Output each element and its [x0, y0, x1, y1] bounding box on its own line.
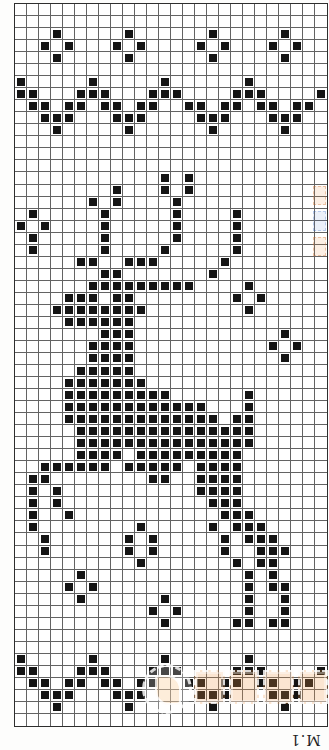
grid-cell-filled — [159, 461, 171, 473]
grid-cell-filled — [243, 666, 255, 678]
grid-cell-filled — [231, 425, 243, 437]
grid-cell — [39, 594, 51, 606]
grid-cell — [291, 666, 303, 678]
grid-cell — [147, 124, 159, 136]
grid-cell-filled — [111, 341, 123, 353]
grid-cell — [171, 136, 183, 148]
grid-cell — [39, 413, 51, 425]
grid-cell — [63, 281, 75, 293]
grid-cell — [219, 209, 231, 221]
grid-cell — [231, 136, 243, 148]
grid-cell-filled — [279, 594, 291, 606]
grid-cell — [171, 582, 183, 594]
grid-cell-filled — [147, 401, 159, 413]
grid-cell — [171, 690, 183, 702]
grid-cell-filled — [243, 76, 255, 88]
grid-cell — [123, 245, 135, 257]
grid-cell — [183, 377, 195, 389]
grid-cell-filled — [195, 112, 207, 124]
grid-cell — [51, 678, 63, 690]
grid-cell — [75, 341, 87, 353]
grid-cell — [75, 233, 87, 245]
grid-cell — [279, 293, 291, 305]
grid-cell — [195, 76, 207, 88]
grid-cell-filled — [135, 305, 147, 317]
grid-cell — [159, 293, 171, 305]
grid-cell — [51, 136, 63, 148]
grid-cell — [99, 257, 111, 269]
grid-cell — [111, 172, 123, 184]
grid-cell-filled — [135, 112, 147, 124]
grid-cell — [51, 594, 63, 606]
grid-cell — [15, 257, 27, 269]
grid-cell — [291, 654, 303, 666]
grid-cell — [111, 4, 123, 16]
grid-cell — [27, 654, 39, 666]
grid-cell-filled — [219, 497, 231, 509]
grid-cell — [315, 473, 327, 485]
grid-cell — [159, 678, 171, 690]
grid-cell-filled — [195, 425, 207, 437]
grid-cell — [171, 618, 183, 630]
grid-cell — [75, 64, 87, 76]
grid-cell — [159, 124, 171, 136]
grid-cell — [267, 245, 279, 257]
grid-cell — [63, 533, 75, 545]
grid-cell — [27, 570, 39, 582]
grid-cell — [303, 52, 315, 64]
grid-cell — [159, 497, 171, 509]
grid-cell-filled — [171, 401, 183, 413]
grid-cell — [123, 40, 135, 52]
grid-cell — [171, 678, 183, 690]
grid-cell-filled — [63, 509, 75, 521]
grid-cell — [315, 401, 327, 413]
grid-cell-filled — [147, 389, 159, 401]
grid-cell — [255, 28, 267, 40]
grid-cell — [159, 209, 171, 221]
grid-cell — [255, 269, 267, 281]
grid-cell — [291, 353, 303, 365]
grid-cell — [315, 197, 327, 209]
grid-cell — [267, 437, 279, 449]
grid-cell — [195, 197, 207, 209]
grid-cell-filled — [99, 377, 111, 389]
grid-cell — [51, 618, 63, 630]
grid-cell-filled — [207, 28, 219, 40]
grid-cell — [315, 4, 327, 16]
grid-cell — [315, 533, 327, 545]
grid-cell-filled — [243, 88, 255, 100]
grid-cell — [159, 521, 171, 533]
grid-cell-filled — [219, 40, 231, 52]
grid-cell — [15, 594, 27, 606]
grid-cell — [255, 714, 267, 726]
grid-cell — [39, 485, 51, 497]
grid-cell — [123, 449, 135, 461]
grid-cell — [99, 136, 111, 148]
grid-cell — [231, 714, 243, 726]
grid-cell — [99, 570, 111, 582]
grid-cell — [51, 40, 63, 52]
grid-cell — [267, 449, 279, 461]
grid-cell-filled — [39, 461, 51, 473]
grid-cell — [51, 185, 63, 197]
grid-cell — [303, 570, 315, 582]
grid-cell — [51, 245, 63, 257]
grid-cell-filled — [111, 401, 123, 413]
grid-cell — [159, 642, 171, 654]
grid-cell — [111, 618, 123, 630]
grid-cell-filled — [195, 100, 207, 112]
grid-cell — [99, 293, 111, 305]
grid-cell-filled — [51, 124, 63, 136]
grid-cell — [99, 28, 111, 40]
grid-cell — [183, 245, 195, 257]
grid-cell-filled — [147, 546, 159, 558]
grid-cell — [291, 521, 303, 533]
grid-cell-filled — [123, 461, 135, 473]
grid-cell — [231, 317, 243, 329]
grid-cell-filled — [111, 317, 123, 329]
grid-cell — [159, 630, 171, 642]
grid-cell — [63, 473, 75, 485]
grid-cell — [291, 401, 303, 413]
grid-cell-filled — [27, 473, 39, 485]
grid-cell-filled — [243, 606, 255, 618]
grid-cell — [51, 293, 63, 305]
grid-cell — [267, 702, 279, 714]
grid-cell-filled — [255, 666, 267, 678]
grid-cell — [63, 52, 75, 64]
grid-cell-filled — [15, 654, 27, 666]
grid-cell — [291, 64, 303, 76]
grid-cell — [183, 509, 195, 521]
grid-cell-filled — [111, 100, 123, 112]
grid-cell-filled — [99, 353, 111, 365]
grid-cell — [267, 594, 279, 606]
grid-cell — [135, 136, 147, 148]
grid-cell — [171, 702, 183, 714]
grid-cell — [279, 642, 291, 654]
grid-cell — [219, 28, 231, 40]
grid-cell — [87, 52, 99, 64]
grid-cell — [315, 185, 327, 197]
grid-cell-filled — [231, 618, 243, 630]
grid-cell-filled — [255, 293, 267, 305]
grid-cell — [39, 509, 51, 521]
grid-cell — [279, 209, 291, 221]
grid-cell — [183, 221, 195, 233]
grid-cell — [87, 533, 99, 545]
grid-cell — [87, 642, 99, 654]
grid-cell — [267, 509, 279, 521]
grid-cell-filled — [87, 437, 99, 449]
grid-cell — [183, 546, 195, 558]
grid-cell — [243, 64, 255, 76]
grid-cell — [147, 618, 159, 630]
grid-cell — [303, 509, 315, 521]
grid-cell — [183, 365, 195, 377]
grid-cell-filled — [27, 678, 39, 690]
grid-cell — [171, 40, 183, 52]
grid-cell-filled — [27, 88, 39, 100]
grid-cell — [15, 606, 27, 618]
grid-cell — [207, 654, 219, 666]
grid-cell — [207, 365, 219, 377]
grid-cell-filled — [87, 582, 99, 594]
grid-cell-filled — [99, 269, 111, 281]
grid-cell — [195, 64, 207, 76]
grid-cell — [315, 461, 327, 473]
grid-cell — [51, 666, 63, 678]
grid-cell — [255, 197, 267, 209]
grid-cell — [315, 714, 327, 726]
grid-cell — [87, 473, 99, 485]
grid-cell — [255, 160, 267, 172]
grid-cell-filled — [87, 257, 99, 269]
grid-cell-filled — [51, 485, 63, 497]
grid-cell — [147, 293, 159, 305]
grid-cell-filled — [87, 654, 99, 666]
grid-cell — [219, 52, 231, 64]
grid-cell — [267, 353, 279, 365]
grid-cell — [51, 582, 63, 594]
grid-cell — [51, 88, 63, 100]
grid-cell — [123, 16, 135, 28]
grid-cell — [219, 197, 231, 209]
grid-cell — [63, 185, 75, 197]
grid-cell — [39, 497, 51, 509]
grid-cell — [279, 64, 291, 76]
grid-cell — [75, 690, 87, 702]
grid-cell — [15, 533, 27, 545]
grid-cell — [315, 606, 327, 618]
grid-cell — [171, 305, 183, 317]
grid-cell-filled — [243, 389, 255, 401]
grid-cell — [291, 389, 303, 401]
grid-cell-filled — [243, 281, 255, 293]
grid-cell-filled — [159, 594, 171, 606]
grid-cell — [219, 413, 231, 425]
grid-cell — [291, 28, 303, 40]
grid-cell — [315, 28, 327, 40]
grid-cell-filled — [207, 690, 219, 702]
grid-cell — [63, 630, 75, 642]
grid-cell — [123, 136, 135, 148]
grid-cell — [303, 209, 315, 221]
grid-cell-filled — [75, 570, 87, 582]
grid-cell — [171, 28, 183, 40]
grid-cell — [279, 570, 291, 582]
grid-cell — [279, 425, 291, 437]
grid-cell-filled — [111, 389, 123, 401]
grid-cell — [267, 461, 279, 473]
grid-cell — [303, 546, 315, 558]
grid-cell — [123, 485, 135, 497]
grid-cell — [279, 509, 291, 521]
grid-cell-filled — [123, 425, 135, 437]
grid-cell — [27, 160, 39, 172]
grid-cell — [87, 28, 99, 40]
grid-cell — [111, 88, 123, 100]
grid-cell — [231, 160, 243, 172]
grid-cell — [315, 570, 327, 582]
grid-cell — [15, 509, 27, 521]
grid-cell — [291, 136, 303, 148]
grid-cell — [99, 630, 111, 642]
grid-cell — [291, 4, 303, 16]
grid-cell — [15, 702, 27, 714]
grid-cell-filled — [99, 449, 111, 461]
grid-cell — [267, 606, 279, 618]
grid-cell — [171, 341, 183, 353]
grid-cell — [27, 642, 39, 654]
grid-cell-filled — [171, 449, 183, 461]
grid-cell — [291, 582, 303, 594]
grid-cell — [219, 16, 231, 28]
grid-cell — [39, 449, 51, 461]
grid-cell-filled — [99, 365, 111, 377]
grid-cell — [243, 558, 255, 570]
grid-cell — [75, 558, 87, 570]
grid-cell — [315, 40, 327, 52]
grid-cell — [51, 269, 63, 281]
grid-cell — [315, 124, 327, 136]
grid-cell — [99, 702, 111, 714]
grid-cell — [75, 221, 87, 233]
grid-cell — [39, 702, 51, 714]
grid-cell-filled — [147, 533, 159, 545]
grid-cell — [207, 233, 219, 245]
grid-cell — [147, 630, 159, 642]
grid-cell — [111, 209, 123, 221]
grid-cell — [111, 654, 123, 666]
grid-cell — [75, 4, 87, 16]
grid-cell — [15, 618, 27, 630]
grid-cell-filled — [159, 449, 171, 461]
grid-cell — [159, 112, 171, 124]
grid-cell — [267, 666, 279, 678]
grid-cell — [99, 582, 111, 594]
grid-cell — [231, 702, 243, 714]
grid-cell — [39, 377, 51, 389]
grid-cell — [39, 269, 51, 281]
grid-cell — [15, 28, 27, 40]
grid-cell-filled — [135, 281, 147, 293]
grid-cell — [39, 148, 51, 160]
grid-cell — [195, 509, 207, 521]
grid-cell-filled — [291, 100, 303, 112]
grid-cell-filled — [267, 100, 279, 112]
grid-cell — [255, 570, 267, 582]
grid-cell — [315, 509, 327, 521]
grid-cell — [183, 630, 195, 642]
grid-cell — [123, 64, 135, 76]
grid-cell — [39, 305, 51, 317]
grid-cell — [183, 197, 195, 209]
grid-cell — [171, 16, 183, 28]
grid-cell — [99, 52, 111, 64]
grid-cell-filled — [99, 461, 111, 473]
grid-cell — [63, 28, 75, 40]
grid-cell-filled — [231, 485, 243, 497]
grid-cell-filled — [291, 341, 303, 353]
grid-cell — [267, 172, 279, 184]
grid-cell — [63, 437, 75, 449]
grid-cell — [135, 160, 147, 172]
grid-cell-filled — [183, 185, 195, 197]
grid-cell — [171, 64, 183, 76]
grid-cell — [219, 64, 231, 76]
grid-cell-filled — [231, 221, 243, 233]
grid-cell-filled — [171, 281, 183, 293]
grid-cell — [315, 76, 327, 88]
grid-cell — [123, 185, 135, 197]
grid-cell — [135, 148, 147, 160]
grid-cell — [255, 353, 267, 365]
grid-cell — [75, 497, 87, 509]
grid-cell — [303, 136, 315, 148]
grid-cell — [159, 377, 171, 389]
grid-cell — [75, 197, 87, 209]
grid-cell — [195, 594, 207, 606]
grid-cell — [27, 76, 39, 88]
grid-cell — [255, 305, 267, 317]
grid-cell-filled — [159, 413, 171, 425]
grid-cell — [159, 160, 171, 172]
grid-cell — [39, 521, 51, 533]
grid-cell — [171, 245, 183, 257]
grid-cell — [39, 425, 51, 437]
grid-cell — [135, 642, 147, 654]
grid-cell-filled — [123, 341, 135, 353]
grid-cell — [63, 233, 75, 245]
grid-cell — [303, 76, 315, 88]
grid-cell — [123, 642, 135, 654]
grid-cell — [219, 594, 231, 606]
grid-cell — [111, 485, 123, 497]
grid-cell — [279, 449, 291, 461]
grid-cell — [303, 413, 315, 425]
grid-cell — [135, 172, 147, 184]
grid-cell-filled — [75, 461, 87, 473]
grid-cell — [267, 4, 279, 16]
grid-cell — [267, 76, 279, 88]
grid-cell — [183, 329, 195, 341]
grid-cell-filled — [243, 425, 255, 437]
grid-cell-filled — [87, 377, 99, 389]
grid-cell — [171, 112, 183, 124]
grid-cell — [27, 425, 39, 437]
grid-cell — [279, 437, 291, 449]
grid-cell — [159, 570, 171, 582]
grid-cell — [75, 642, 87, 654]
grid-cell — [135, 570, 147, 582]
grid-cell — [303, 606, 315, 618]
grid-cell — [27, 353, 39, 365]
grid-cell — [219, 642, 231, 654]
grid-cell-filled — [99, 245, 111, 257]
grid-cell — [183, 233, 195, 245]
grid-cell — [219, 714, 231, 726]
grid-cell-filled — [267, 582, 279, 594]
grid-cell — [303, 185, 315, 197]
grid-cell — [27, 221, 39, 233]
grid-cell-filled — [111, 678, 123, 690]
grid-cell — [315, 377, 327, 389]
grid-cell — [183, 461, 195, 473]
